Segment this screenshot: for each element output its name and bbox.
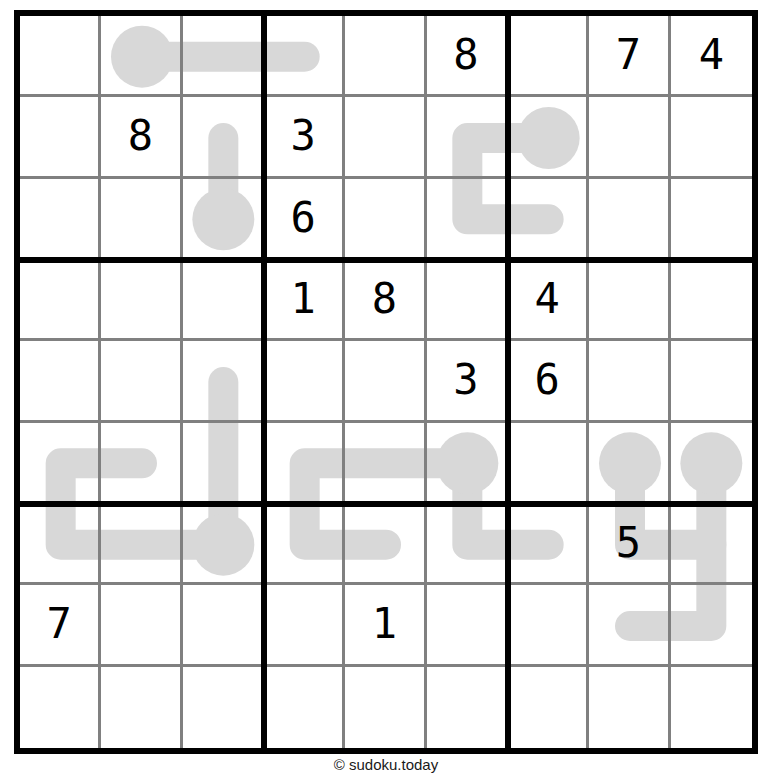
- cell-r2c5[interactable]: [345, 97, 426, 178]
- cell-r9c2[interactable]: [101, 667, 182, 748]
- cell-r3c2[interactable]: [101, 179, 182, 260]
- cell-r5c7[interactable]: 6: [508, 341, 589, 422]
- cell-r7c7[interactable]: [508, 504, 589, 585]
- cell-r7c6[interactable]: [427, 504, 508, 585]
- cell-r2c7[interactable]: [508, 97, 589, 178]
- cell-r9c6[interactable]: [427, 667, 508, 748]
- cell-r2c9[interactable]: [671, 97, 752, 178]
- cell-r9c1[interactable]: [20, 667, 101, 748]
- cell-r5c1[interactable]: [20, 341, 101, 422]
- cell-r3c7[interactable]: [508, 179, 589, 260]
- cell-r1c6[interactable]: 8: [427, 16, 508, 97]
- cell-r1c4[interactable]: [264, 16, 345, 97]
- cell-r8c5[interactable]: 1: [345, 585, 426, 666]
- cell-r9c3[interactable]: [183, 667, 264, 748]
- copyright: © sudoku.today: [14, 755, 758, 775]
- cell-r3c8[interactable]: [589, 179, 670, 260]
- cell-r3c3[interactable]: [183, 179, 264, 260]
- cell-r4c9[interactable]: [671, 260, 752, 341]
- cell-r6c4[interactable]: [264, 423, 345, 504]
- cell-r5c8[interactable]: [589, 341, 670, 422]
- cell-r5c5[interactable]: [345, 341, 426, 422]
- cell-r2c3[interactable]: [183, 97, 264, 178]
- cell-r8c6[interactable]: [427, 585, 508, 666]
- cell-r8c9[interactable]: [671, 585, 752, 666]
- cell-r9c4[interactable]: [264, 667, 345, 748]
- cell-r5c3[interactable]: [183, 341, 264, 422]
- cell-r6c5[interactable]: [345, 423, 426, 504]
- cell-r6c1[interactable]: [20, 423, 101, 504]
- cell-r5c2[interactable]: [101, 341, 182, 422]
- puzzle-page: 87483618436571 © sudoku.today: [0, 0, 767, 777]
- cell-r6c7[interactable]: [508, 423, 589, 504]
- cell-r6c3[interactable]: [183, 423, 264, 504]
- cell-r1c5[interactable]: [345, 16, 426, 97]
- cell-r1c1[interactable]: [20, 16, 101, 97]
- cell-r4c7[interactable]: 4: [508, 260, 589, 341]
- cell-r8c8[interactable]: [589, 585, 670, 666]
- cell-r3c4[interactable]: 6: [264, 179, 345, 260]
- cell-r1c8[interactable]: 7: [589, 16, 670, 97]
- cell-r4c5[interactable]: 8: [345, 260, 426, 341]
- cell-r7c3[interactable]: [183, 504, 264, 585]
- cell-r4c1[interactable]: [20, 260, 101, 341]
- cell-r1c3[interactable]: [183, 16, 264, 97]
- cell-r7c1[interactable]: [20, 504, 101, 585]
- cell-r6c6[interactable]: [427, 423, 508, 504]
- cell-r6c9[interactable]: [671, 423, 752, 504]
- cell-r1c2[interactable]: [101, 16, 182, 97]
- cell-r6c2[interactable]: [101, 423, 182, 504]
- sudoku-board: 87483618436571: [14, 10, 758, 754]
- cell-r5c4[interactable]: [264, 341, 345, 422]
- cell-r4c8[interactable]: [589, 260, 670, 341]
- cell-r9c9[interactable]: [671, 667, 752, 748]
- cell-r9c7[interactable]: [508, 667, 589, 748]
- cell-r8c3[interactable]: [183, 585, 264, 666]
- copyright-text: © sudoku.today: [334, 756, 438, 773]
- cell-r1c7[interactable]: [508, 16, 589, 97]
- cell-r9c8[interactable]: [589, 667, 670, 748]
- cell-r8c4[interactable]: [264, 585, 345, 666]
- cell-r8c7[interactable]: [508, 585, 589, 666]
- cell-r3c6[interactable]: [427, 179, 508, 260]
- cell-r2c6[interactable]: [427, 97, 508, 178]
- cell-r4c4[interactable]: 1: [264, 260, 345, 341]
- cell-r2c1[interactable]: [20, 97, 101, 178]
- cell-r8c2[interactable]: [101, 585, 182, 666]
- cell-r7c2[interactable]: [101, 504, 182, 585]
- cell-r4c6[interactable]: [427, 260, 508, 341]
- cell-r5c6[interactable]: 3: [427, 341, 508, 422]
- cell-r7c5[interactable]: [345, 504, 426, 585]
- cell-r2c4[interactable]: 3: [264, 97, 345, 178]
- cell-r3c9[interactable]: [671, 179, 752, 260]
- cell-r8c1[interactable]: 7: [20, 585, 101, 666]
- cell-r7c9[interactable]: [671, 504, 752, 585]
- cell-r2c8[interactable]: [589, 97, 670, 178]
- cell-r4c2[interactable]: [101, 260, 182, 341]
- cell-r1c9[interactable]: 4: [671, 16, 752, 97]
- cell-r4c3[interactable]: [183, 260, 264, 341]
- cell-r6c8[interactable]: [589, 423, 670, 504]
- cell-r7c8[interactable]: 5: [589, 504, 670, 585]
- cell-r3c1[interactable]: [20, 179, 101, 260]
- cell-r3c5[interactable]: [345, 179, 426, 260]
- cell-r5c9[interactable]: [671, 341, 752, 422]
- grid-cells: 87483618436571: [20, 16, 752, 748]
- cell-r7c4[interactable]: [264, 504, 345, 585]
- cell-r2c2[interactable]: 8: [101, 97, 182, 178]
- cell-r9c5[interactable]: [345, 667, 426, 748]
